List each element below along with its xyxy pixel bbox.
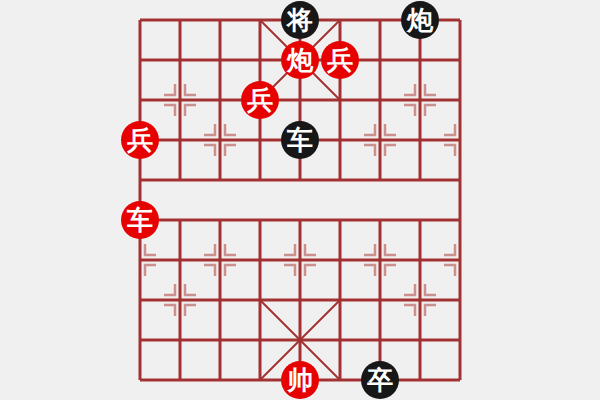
piece-red-general[interactable]: 帅 <box>281 361 319 399</box>
piece-red-chariot[interactable]: 车 <box>121 201 159 239</box>
piece-char: 兵 <box>127 127 153 153</box>
piece-char: 兵 <box>247 87 273 113</box>
xiangqi-board[interactable]: 将炮炮兵兵车兵车帅卒 <box>140 20 460 380</box>
xiangqi-screenshot: 将炮炮兵兵车兵车帅卒 <box>0 0 600 400</box>
piece-red-pawn-1[interactable]: 兵 <box>321 41 359 79</box>
piece-char: 炮 <box>287 47 313 73</box>
piece-black-cannon[interactable]: 炮 <box>401 1 439 39</box>
piece-red-pawn-3[interactable]: 兵 <box>121 121 159 159</box>
piece-char: 车 <box>287 127 313 153</box>
piece-char: 卒 <box>367 367 393 393</box>
piece-char: 帅 <box>287 367 313 393</box>
piece-red-cannon[interactable]: 炮 <box>281 41 319 79</box>
piece-char: 将 <box>287 7 313 33</box>
piece-red-pawn-2[interactable]: 兵 <box>241 81 279 119</box>
piece-black-chariot[interactable]: 车 <box>281 121 319 159</box>
piece-black-general[interactable]: 将 <box>281 1 319 39</box>
piece-char: 兵 <box>327 47 353 73</box>
pieces-layer: 将炮炮兵兵车兵车帅卒 <box>120 0 480 400</box>
piece-char: 炮 <box>407 7 433 33</box>
piece-char: 车 <box>127 207 153 233</box>
piece-black-pawn[interactable]: 卒 <box>361 361 399 399</box>
